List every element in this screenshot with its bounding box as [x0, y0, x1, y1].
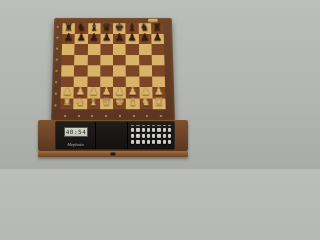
square-f6[interactable]: [126, 44, 139, 55]
keypad-key[interactable]: [152, 134, 155, 138]
piece-black-pawn[interactable]: ♟: [151, 32, 164, 42]
display-module: 40:54 Mephisto: [56, 122, 96, 149]
square-a7[interactable]: ♟: [62, 34, 75, 44]
square-c2[interactable]: ♟: [87, 87, 100, 98]
square-h8[interactable]: ♜: [151, 23, 164, 33]
square-e3[interactable]: [113, 76, 126, 87]
control-console: 40:54 Mephisto: [55, 121, 175, 150]
square-f8[interactable]: ♝: [126, 23, 139, 33]
square-a3[interactable]: [61, 76, 74, 87]
keypad-key[interactable]: [163, 128, 166, 132]
piece-white-pawn[interactable]: ♟: [126, 85, 139, 96]
led-dot: [56, 48, 58, 50]
square-h6[interactable]: [151, 44, 164, 55]
keypad-key[interactable]: [157, 134, 160, 138]
led-strip-left: [54, 26, 58, 106]
piece-white-pawn[interactable]: ♟: [61, 85, 74, 96]
keypad-key[interactable]: [142, 128, 145, 132]
square-d6[interactable]: [100, 44, 113, 55]
square-h4[interactable]: [152, 65, 165, 76]
keypad-key[interactable]: [168, 134, 171, 138]
square-d5[interactable]: [100, 55, 113, 66]
piece-black-pawn[interactable]: ♟: [62, 32, 75, 42]
brand-plaque: [148, 19, 158, 23]
square-e1[interactable]: ♚: [113, 98, 126, 109]
drawer-latch[interactable]: [111, 153, 116, 156]
keypad-key[interactable]: [157, 140, 160, 144]
square-g7[interactable]: ♟: [138, 34, 151, 44]
square-h3[interactable]: [152, 76, 165, 87]
led-dot: [54, 104, 56, 106]
led-dot: [64, 115, 66, 117]
piece-black-pawn[interactable]: ♟: [138, 32, 151, 42]
keypad-label: [168, 125, 171, 126]
piece-white-pawn[interactable]: ♟: [152, 85, 165, 96]
square-b2[interactable]: ♟: [74, 87, 87, 98]
led-dot: [55, 81, 57, 83]
control-drawer[interactable]: 40:54 Mephisto: [38, 120, 188, 159]
square-a5[interactable]: [61, 55, 74, 66]
square-b7[interactable]: ♟: [75, 34, 88, 44]
keypad-key[interactable]: [131, 140, 134, 144]
keypad-label: [142, 125, 145, 126]
square-b8[interactable]: ♞: [75, 23, 88, 33]
piece-white-queen[interactable]: ♛: [100, 96, 113, 107]
square-f1[interactable]: ♝: [126, 98, 139, 109]
square-c1[interactable]: ♝: [87, 98, 100, 109]
square-c8[interactable]: ♝: [88, 23, 101, 33]
keypad-module: [128, 122, 174, 149]
square-e6[interactable]: [113, 44, 126, 55]
square-c3[interactable]: [87, 76, 100, 87]
board-grid: ♜♞♝♛♚♝♞♜♟♟♟♟♟♟♟♟♟♟♟♟♟♟♟♟♜♞♝♛♚♝♞♜: [60, 23, 165, 109]
square-e2[interactable]: ♟: [113, 87, 126, 98]
square-a4[interactable]: [61, 65, 74, 76]
keypad-key[interactable]: [163, 140, 166, 144]
keypad-label: [136, 125, 139, 126]
square-d4[interactable]: [100, 65, 113, 76]
piece-black-bishop[interactable]: ♝: [88, 21, 101, 31]
led-dot: [146, 115, 148, 117]
led-dot: [105, 115, 107, 117]
keypad-label: [152, 125, 155, 126]
keypad-label: [157, 125, 160, 126]
blank-module: [96, 122, 128, 149]
piece-black-queen[interactable]: ♛: [100, 21, 113, 31]
square-h1[interactable]: ♜: [152, 98, 165, 109]
keypad-key[interactable]: [152, 128, 155, 132]
square-d2[interactable]: ♟: [100, 87, 113, 98]
led-dot: [56, 37, 58, 39]
square-g3[interactable]: [139, 76, 152, 87]
keypad-key[interactable]: [142, 140, 145, 144]
square-a8[interactable]: ♜: [62, 23, 75, 33]
piece-white-knight[interactable]: ♞: [139, 96, 152, 107]
piece-black-rook[interactable]: ♜: [151, 21, 164, 31]
square-e8[interactable]: ♚: [113, 23, 126, 33]
square-a6[interactable]: [62, 44, 75, 55]
square-d3[interactable]: [100, 76, 113, 87]
piece-black-knight[interactable]: ♞: [75, 21, 88, 31]
piece-white-pawn[interactable]: ♟: [100, 85, 113, 96]
led-dot: [56, 59, 58, 61]
keypad-key[interactable]: [168, 140, 171, 144]
keypad-label-strip: [131, 125, 171, 126]
square-g2[interactable]: ♟: [139, 87, 152, 98]
brand-label: Mephisto: [56, 142, 95, 147]
piece-white-bishop[interactable]: ♝: [87, 96, 100, 107]
square-e4[interactable]: [113, 65, 126, 76]
led-dot: [57, 26, 59, 28]
square-a2[interactable]: ♟: [61, 87, 74, 98]
square-d1[interactable]: ♛: [100, 98, 113, 109]
keypad-key[interactable]: [136, 140, 139, 144]
piece-white-rook[interactable]: ♜: [60, 96, 73, 107]
piece-black-pawn[interactable]: ♟: [75, 32, 88, 42]
keypad-key[interactable]: [157, 128, 160, 132]
keypad-key[interactable]: [147, 134, 150, 138]
keypad-key[interactable]: [142, 134, 145, 138]
keypad-key[interactable]: [163, 134, 166, 138]
keypad-key[interactable]: [147, 128, 150, 132]
square-g1[interactable]: ♞: [139, 98, 152, 109]
square-g4[interactable]: [139, 65, 152, 76]
keypad-label: [147, 125, 150, 126]
keypad-keys: [131, 128, 171, 144]
square-b1[interactable]: ♞: [73, 98, 86, 109]
piece-white-rook[interactable]: ♜: [152, 96, 165, 107]
square-c4[interactable]: [87, 65, 100, 76]
square-h2[interactable]: ♟: [152, 87, 165, 98]
square-f5[interactable]: [126, 55, 139, 66]
square-g6[interactable]: [138, 44, 151, 55]
led-dot: [132, 115, 134, 117]
square-e7[interactable]: ♟: [113, 34, 126, 44]
chess-board: ♜♞♝♛♚♝♞♜♟♟♟♟♟♟♟♟♟♟♟♟♟♟♟♟♜♞♝♛♚♝♞♜: [51, 18, 175, 121]
keypad-key[interactable]: [147, 140, 150, 144]
led-dot: [78, 115, 80, 117]
lcd-display: 40:54: [64, 127, 88, 137]
square-c6[interactable]: [87, 44, 100, 55]
square-f2[interactable]: ♟: [126, 87, 139, 98]
piece-black-pawn[interactable]: ♟: [88, 32, 101, 42]
led-dot: [119, 115, 121, 117]
square-h5[interactable]: [151, 55, 164, 66]
piece-white-pawn[interactable]: ♟: [139, 85, 152, 96]
square-d8[interactable]: ♛: [100, 23, 113, 33]
piece-white-bishop[interactable]: ♝: [126, 96, 139, 107]
square-h7[interactable]: ♟: [151, 34, 164, 44]
square-f7[interactable]: ♟: [126, 34, 139, 44]
keypad-key[interactable]: [131, 128, 134, 132]
piece-black-bishop[interactable]: ♝: [126, 21, 139, 31]
piece-black-king[interactable]: ♚: [113, 21, 126, 31]
board-frame: ♜♞♝♛♚♝♞♜♟♟♟♟♟♟♟♟♟♟♟♟♟♟♟♟♜♞♝♛♚♝♞♜: [51, 18, 175, 121]
square-b6[interactable]: [75, 44, 88, 55]
keypad-key[interactable]: [152, 140, 155, 144]
piece-white-pawn[interactable]: ♟: [113, 85, 126, 96]
square-b5[interactable]: [74, 55, 87, 66]
square-b3[interactable]: [74, 76, 87, 87]
square-g8[interactable]: ♞: [138, 23, 151, 33]
square-g5[interactable]: [139, 55, 152, 66]
keypad-key[interactable]: [131, 134, 134, 138]
led-dot: [55, 70, 57, 72]
square-f3[interactable]: [126, 76, 139, 87]
drawer-front-rail[interactable]: [38, 151, 188, 157]
piece-black-pawn[interactable]: ♟: [113, 32, 126, 42]
led-dot: [91, 115, 93, 117]
piece-white-king[interactable]: ♚: [113, 96, 126, 107]
square-f4[interactable]: [126, 65, 139, 76]
piece-white-knight[interactable]: ♞: [74, 96, 87, 107]
square-a1[interactable]: ♜: [60, 98, 73, 109]
led-dot: [55, 93, 57, 95]
led-strip-bottom: [64, 115, 162, 117]
piece-black-rook[interactable]: ♜: [62, 21, 75, 31]
keypad-label: [131, 125, 134, 126]
photo-scene: ♜♞♝♛♚♝♞♜♟♟♟♟♟♟♟♟♟♟♟♟♟♟♟♟♜♞♝♛♚♝♞♜ 40:54 M…: [0, 0, 225, 169]
square-e5[interactable]: [113, 55, 126, 66]
keypad-key[interactable]: [136, 128, 139, 132]
piece-white-pawn[interactable]: ♟: [87, 85, 100, 96]
piece-black-pawn[interactable]: ♟: [100, 32, 113, 42]
keypad-key[interactable]: [168, 128, 171, 132]
square-c7[interactable]: ♟: [88, 34, 101, 44]
square-d7[interactable]: ♟: [100, 34, 113, 44]
keypad-key[interactable]: [136, 134, 139, 138]
piece-white-pawn[interactable]: ♟: [74, 85, 87, 96]
led-dot: [160, 115, 162, 117]
piece-black-pawn[interactable]: ♟: [126, 32, 139, 42]
piece-black-knight[interactable]: ♞: [138, 21, 151, 31]
keypad-label: [163, 125, 166, 126]
square-c5[interactable]: [87, 55, 100, 66]
square-b4[interactable]: [74, 65, 87, 76]
